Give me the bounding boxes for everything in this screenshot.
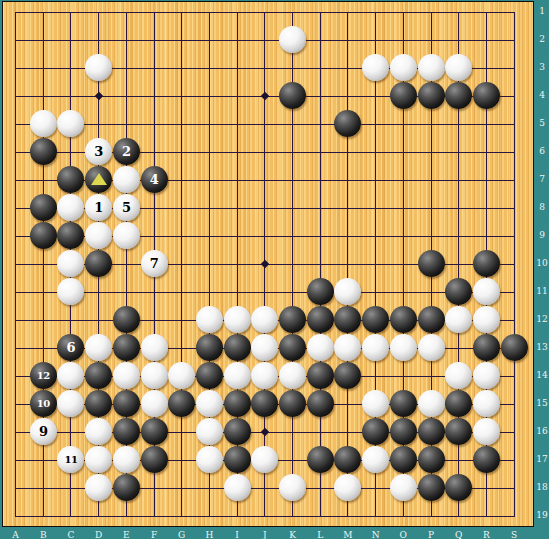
col-label-M: M [341, 531, 355, 539]
stone-black-P18[interactable] [418, 474, 445, 501]
stone-black-H14[interactable] [196, 362, 223, 389]
row-label-6: 6 [535, 147, 549, 156]
grid-line [15, 292, 515, 293]
grid-line [15, 40, 515, 41]
stone-black-Q11[interactable] [445, 278, 472, 305]
stone-white-D17[interactable] [85, 446, 112, 473]
row-label-10: 10 [535, 259, 549, 268]
move-number-label: 1 [94, 201, 103, 214]
stone-white-K2[interactable] [279, 26, 306, 53]
stone-white-R16[interactable] [473, 418, 500, 445]
row-label-7: 7 [535, 175, 549, 184]
stone-white-F10[interactable]: 7 [141, 250, 168, 277]
stone-black-Q4[interactable] [445, 82, 472, 109]
stone-black-B9[interactable] [30, 222, 57, 249]
stone-white-E8[interactable]: 5 [113, 194, 140, 221]
move-number-label: 4 [150, 173, 159, 186]
stone-black-O16[interactable] [390, 418, 417, 445]
stone-black-H13[interactable] [196, 334, 223, 361]
stone-white-D18[interactable] [85, 474, 112, 501]
row-label-18: 18 [535, 483, 549, 492]
stone-black-P16[interactable] [418, 418, 445, 445]
row-label-13: 13 [535, 343, 549, 352]
move-number-label: 5 [122, 201, 131, 214]
col-label-P: P [424, 531, 438, 539]
stone-black-B14[interactable]: 12 [30, 362, 57, 389]
stone-white-D8[interactable]: 1 [85, 194, 112, 221]
grid-line [15, 12, 515, 13]
move-number-label: 12 [37, 371, 50, 381]
row-label-15: 15 [535, 399, 549, 408]
move-number-label: 3 [94, 145, 103, 158]
stone-black-L11[interactable] [307, 278, 334, 305]
stone-white-Q12[interactable] [445, 306, 472, 333]
stone-black-N16[interactable] [362, 418, 389, 445]
move-number-label: 7 [150, 257, 159, 270]
col-label-N: N [369, 531, 383, 539]
row-label-12: 12 [535, 315, 549, 324]
row-label-9: 9 [535, 231, 549, 240]
stone-black-R4[interactable] [473, 82, 500, 109]
stone-white-I14[interactable] [224, 362, 251, 389]
col-label-F: F [147, 531, 161, 539]
row-label-5: 5 [535, 119, 549, 128]
stone-white-Q14[interactable] [445, 362, 472, 389]
stone-black-Q18[interactable] [445, 474, 472, 501]
stone-black-B6[interactable] [30, 138, 57, 165]
row-label-4: 4 [535, 91, 549, 100]
stone-black-S13[interactable] [501, 334, 528, 361]
stone-white-Q3[interactable] [445, 54, 472, 81]
stone-black-R10[interactable] [473, 250, 500, 277]
row-label-14: 14 [535, 371, 549, 380]
row-label-19: 19 [535, 511, 549, 520]
move-number-label: 10 [37, 399, 50, 409]
stone-black-I13[interactable] [224, 334, 251, 361]
stone-black-O4[interactable] [390, 82, 417, 109]
stone-white-G14[interactable] [168, 362, 195, 389]
stone-black-B15[interactable]: 10 [30, 390, 57, 417]
col-label-L: L [313, 531, 327, 539]
stone-white-E14[interactable] [113, 362, 140, 389]
row-label-8: 8 [535, 203, 549, 212]
stone-white-I12[interactable] [224, 306, 251, 333]
row-label-11: 11 [535, 287, 549, 296]
move-number-label: 9 [39, 425, 48, 438]
stone-white-O18[interactable] [390, 474, 417, 501]
stone-black-F7[interactable]: 4 [141, 166, 168, 193]
stone-white-N13[interactable] [362, 334, 389, 361]
stone-black-K15[interactable] [279, 390, 306, 417]
row-label-2: 2 [535, 35, 549, 44]
stone-black-F16[interactable] [141, 418, 168, 445]
stone-black-K12[interactable] [279, 306, 306, 333]
col-label-B: B [36, 531, 50, 539]
stone-black-Q16[interactable] [445, 418, 472, 445]
col-label-A: A [9, 531, 23, 539]
stone-white-R15[interactable] [473, 390, 500, 417]
move-number-label: 11 [64, 455, 77, 465]
stone-white-P15[interactable] [418, 390, 445, 417]
stone-white-O3[interactable] [390, 54, 417, 81]
row-label-1: 1 [535, 7, 549, 16]
row-label-16: 16 [535, 427, 549, 436]
stone-white-H15[interactable] [196, 390, 223, 417]
stone-white-D16[interactable] [85, 418, 112, 445]
col-label-R: R [479, 531, 493, 539]
stone-white-I18[interactable] [224, 474, 251, 501]
stone-black-D15[interactable] [85, 390, 112, 417]
stone-white-D9[interactable] [85, 222, 112, 249]
stone-white-E17[interactable] [113, 446, 140, 473]
stone-white-N17[interactable] [362, 446, 389, 473]
stone-black-P10[interactable] [418, 250, 445, 277]
stone-black-I15[interactable] [224, 390, 251, 417]
stone-white-B16[interactable]: 9 [30, 418, 57, 445]
stone-white-R14[interactable] [473, 362, 500, 389]
stone-black-Q15[interactable] [445, 390, 472, 417]
stone-white-P13[interactable] [418, 334, 445, 361]
stone-black-E6[interactable]: 2 [113, 138, 140, 165]
col-label-Q: Q [452, 531, 466, 539]
move-number-label: 2 [122, 145, 131, 158]
stone-white-P3[interactable] [418, 54, 445, 81]
stone-black-L15[interactable] [307, 390, 334, 417]
stone-white-H17[interactable] [196, 446, 223, 473]
stone-black-F17[interactable] [141, 446, 168, 473]
stone-white-B5[interactable] [30, 110, 57, 137]
stone-black-E15[interactable] [113, 390, 140, 417]
stone-black-P17[interactable] [418, 446, 445, 473]
stone-white-D13[interactable] [85, 334, 112, 361]
col-label-K: K [286, 531, 300, 539]
row-label-17: 17 [535, 455, 549, 464]
grid-line [15, 516, 515, 517]
stone-white-O13[interactable] [390, 334, 417, 361]
stone-white-H12[interactable] [196, 306, 223, 333]
move-number-label: 6 [67, 341, 76, 354]
stone-white-D3[interactable] [85, 54, 112, 81]
stone-black-G15[interactable] [168, 390, 195, 417]
stone-black-K4[interactable] [279, 82, 306, 109]
stone-black-E13[interactable] [113, 334, 140, 361]
col-label-I: I [230, 531, 244, 539]
stone-black-L17[interactable] [307, 446, 334, 473]
stone-black-L12[interactable] [307, 306, 334, 333]
stone-black-L14[interactable] [307, 362, 334, 389]
stone-black-D7[interactable] [85, 166, 112, 193]
stone-black-I17[interactable] [224, 446, 251, 473]
stone-black-E12[interactable] [113, 306, 140, 333]
stone-white-N3[interactable] [362, 54, 389, 81]
stone-black-R17[interactable] [473, 446, 500, 473]
stone-black-E18[interactable] [113, 474, 140, 501]
stone-black-P12[interactable] [418, 306, 445, 333]
stone-black-I16[interactable] [224, 418, 251, 445]
col-label-J: J [258, 531, 272, 539]
stone-white-F15[interactable] [141, 390, 168, 417]
stone-white-L13[interactable] [307, 334, 334, 361]
stone-black-R13[interactable] [473, 334, 500, 361]
stone-black-D10[interactable] [85, 250, 112, 277]
triangle-marker-icon [91, 173, 107, 185]
stone-white-N15[interactable] [362, 390, 389, 417]
col-label-O: O [396, 531, 410, 539]
col-label-C: C [64, 531, 78, 539]
stone-black-D14[interactable] [85, 362, 112, 389]
grid-line [15, 124, 515, 125]
stone-black-O15[interactable] [390, 390, 417, 417]
stone-white-D6[interactable]: 3 [85, 138, 112, 165]
stone-white-K18[interactable] [279, 474, 306, 501]
stone-black-E16[interactable] [113, 418, 140, 445]
stone-white-R12[interactable] [473, 306, 500, 333]
stone-black-N12[interactable] [362, 306, 389, 333]
stone-white-H16[interactable] [196, 418, 223, 445]
col-label-H: H [202, 531, 216, 539]
stone-black-P4[interactable] [418, 82, 445, 109]
go-game-screen: 12345678910111213141516171819 ABCDEFGHIJ… [0, 0, 549, 539]
stone-black-O12[interactable] [390, 306, 417, 333]
stone-white-E9[interactable] [113, 222, 140, 249]
stone-white-F13[interactable] [141, 334, 168, 361]
col-label-E: E [119, 531, 133, 539]
stone-white-E7[interactable] [113, 166, 140, 193]
stone-white-R11[interactable] [473, 278, 500, 305]
row-label-3: 3 [535, 63, 549, 72]
stone-black-B8[interactable] [30, 194, 57, 221]
col-label-G: G [175, 531, 189, 539]
stone-white-K14[interactable] [279, 362, 306, 389]
stone-black-K13[interactable] [279, 334, 306, 361]
col-label-D: D [92, 531, 106, 539]
stone-black-O17[interactable] [390, 446, 417, 473]
col-label-S: S [507, 531, 521, 539]
stone-white-F14[interactable] [141, 362, 168, 389]
